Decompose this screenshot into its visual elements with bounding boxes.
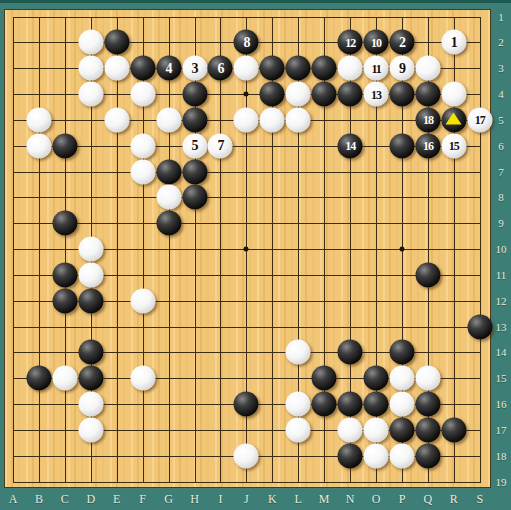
stone-white-R4[interactable] (441, 82, 466, 107)
stone-white-D10[interactable] (78, 237, 103, 262)
stone-white-L14[interactable] (286, 340, 311, 365)
row-label-5: 5 (498, 114, 504, 125)
stone-black-C12[interactable] (52, 288, 77, 313)
row-label-6: 6 (498, 140, 504, 151)
move-number-15: 15 (449, 140, 459, 152)
stone-white-L17[interactable] (286, 417, 311, 442)
stone-white-D16[interactable] (78, 392, 103, 417)
move-number-1: 1 (451, 35, 457, 49)
column-label-G: G (164, 493, 173, 505)
row-label-17: 17 (496, 424, 507, 435)
stone-white-J5[interactable] (234, 107, 259, 132)
row-label-11: 11 (496, 269, 507, 280)
stone-white-O17[interactable] (364, 417, 389, 442)
stone-white-O4[interactable]: 13 (364, 82, 389, 107)
stone-black-P2[interactable]: 2 (389, 30, 414, 55)
stone-black-O2[interactable]: 10 (364, 30, 389, 55)
stone-black-R5[interactable] (441, 107, 466, 132)
row-label-3: 3 (498, 63, 504, 74)
star-point (244, 247, 249, 252)
stone-white-O3[interactable]: 11 (364, 56, 389, 81)
stone-white-R2[interactable]: 1 (441, 30, 466, 55)
stone-black-D14[interactable] (78, 340, 103, 365)
stone-black-M4[interactable] (312, 82, 337, 107)
move-number-6: 6 (217, 61, 223, 75)
stone-black-O16[interactable] (364, 392, 389, 417)
column-label-R: R (450, 493, 458, 505)
stone-black-I3[interactable]: 6 (208, 56, 233, 81)
stone-black-N16[interactable] (338, 392, 363, 417)
stone-white-D4[interactable] (78, 82, 103, 107)
stone-black-Q17[interactable] (415, 417, 440, 442)
stone-black-M3[interactable] (312, 56, 337, 81)
stone-black-K3[interactable] (260, 56, 285, 81)
stone-black-H7[interactable] (182, 159, 207, 184)
row-label-16: 16 (496, 399, 507, 410)
column-label-B: B (35, 493, 43, 505)
stone-black-P14[interactable] (389, 340, 414, 365)
stone-black-J16[interactable] (234, 392, 259, 417)
row-label-14: 14 (496, 347, 507, 358)
go-board[interactable]: 812102143611913181757141615 (5, 10, 490, 487)
stone-white-Q3[interactable] (415, 56, 440, 81)
stone-white-F12[interactable] (130, 288, 155, 313)
stone-white-B6[interactable] (26, 133, 51, 158)
stone-white-I6[interactable]: 7 (208, 133, 233, 158)
row-label-1: 1 (498, 11, 504, 22)
stone-black-P4[interactable] (389, 82, 414, 107)
stone-white-F15[interactable] (130, 366, 155, 391)
stone-black-J2[interactable]: 8 (234, 30, 259, 55)
row-label-12: 12 (496, 295, 507, 306)
stone-white-D11[interactable] (78, 262, 103, 287)
stone-black-Q6[interactable]: 16 (415, 133, 440, 158)
stone-black-N4[interactable] (338, 82, 363, 107)
stone-black-N6[interactable]: 14 (338, 133, 363, 158)
stone-black-S13[interactable] (467, 314, 492, 339)
row-label-15: 15 (496, 373, 507, 384)
stone-black-G7[interactable] (156, 159, 181, 184)
stone-black-Q18[interactable] (415, 443, 440, 468)
row-label-7: 7 (498, 166, 504, 177)
stone-white-G5[interactable] (156, 107, 181, 132)
stone-white-N17[interactable] (338, 417, 363, 442)
move-number-7: 7 (217, 139, 223, 153)
stone-black-C11[interactable] (52, 262, 77, 287)
stone-white-P3[interactable]: 9 (389, 56, 414, 81)
column-label-D: D (86, 493, 95, 505)
stone-black-Q16[interactable] (415, 392, 440, 417)
stone-black-F3[interactable] (130, 56, 155, 81)
move-number-13: 13 (371, 88, 381, 100)
stone-black-Q11[interactable] (415, 262, 440, 287)
column-label-N: N (346, 493, 355, 505)
stone-black-H5[interactable] (182, 107, 207, 132)
stone-white-P18[interactable] (389, 443, 414, 468)
stone-white-R6[interactable]: 15 (441, 133, 466, 158)
column-label-S: S (476, 493, 483, 505)
stone-white-C15[interactable] (52, 366, 77, 391)
row-label-9: 9 (498, 218, 504, 229)
move-number-11: 11 (371, 62, 380, 74)
move-number-16: 16 (423, 140, 433, 152)
stone-black-D12[interactable] (78, 288, 103, 313)
stone-black-L3[interactable] (286, 56, 311, 81)
stone-white-J3[interactable] (234, 56, 259, 81)
row-label-13: 13 (496, 321, 507, 332)
stone-white-N3[interactable] (338, 56, 363, 81)
stone-white-D17[interactable] (78, 417, 103, 442)
column-label-K: K (268, 493, 277, 505)
stone-white-H3[interactable]: 3 (182, 56, 207, 81)
stone-white-H6[interactable]: 5 (182, 133, 207, 158)
star-point (399, 247, 404, 252)
stone-black-M16[interactable] (312, 392, 337, 417)
move-number-12: 12 (345, 36, 355, 48)
stone-white-P16[interactable] (389, 392, 414, 417)
move-number-5: 5 (192, 139, 198, 153)
column-label-P: P (399, 493, 406, 505)
stone-white-Q15[interactable] (415, 366, 440, 391)
stone-white-B5[interactable] (26, 107, 51, 132)
grid-line-vertical (480, 17, 481, 483)
stone-black-G3[interactable]: 4 (156, 56, 181, 81)
stone-white-K5[interactable] (260, 107, 285, 132)
grid-line-horizontal (13, 482, 481, 483)
move-number-4: 4 (166, 61, 172, 75)
stone-white-F7[interactable] (130, 159, 155, 184)
column-label-O: O (372, 493, 381, 505)
row-label-19: 19 (496, 476, 507, 487)
stone-white-F4[interactable] (130, 82, 155, 107)
stone-white-E3[interactable] (104, 56, 129, 81)
column-label-L: L (295, 493, 302, 505)
stone-white-D3[interactable] (78, 56, 103, 81)
stone-white-J18[interactable] (234, 443, 259, 468)
column-label-J: J (244, 493, 249, 505)
stone-black-N18[interactable] (338, 443, 363, 468)
move-number-18: 18 (423, 114, 433, 126)
move-number-17: 17 (475, 114, 485, 126)
stone-black-O15[interactable] (364, 366, 389, 391)
stone-black-Q4[interactable] (415, 82, 440, 107)
triangle-marker (446, 113, 462, 125)
stone-white-L5[interactable] (286, 107, 311, 132)
go-diagram: 812102143611913181757141615 ABCDEFGHIJKL… (0, 0, 511, 510)
stone-white-L16[interactable] (286, 392, 311, 417)
move-number-8: 8 (243, 35, 249, 49)
move-number-2: 2 (399, 35, 405, 49)
stone-black-N14[interactable] (338, 340, 363, 365)
row-label-4: 4 (498, 89, 504, 100)
move-number-10: 10 (371, 36, 381, 48)
stone-black-H4[interactable] (182, 82, 207, 107)
stone-black-Q5[interactable]: 18 (415, 107, 440, 132)
row-label-10: 10 (496, 244, 507, 255)
move-number-3: 3 (192, 61, 198, 75)
stone-white-P15[interactable] (389, 366, 414, 391)
stone-black-K4[interactable] (260, 82, 285, 107)
stone-white-D2[interactable] (78, 30, 103, 55)
row-label-2: 2 (498, 37, 504, 48)
stone-black-E2[interactable] (104, 30, 129, 55)
stone-white-F6[interactable] (130, 133, 155, 158)
stone-black-C6[interactable] (52, 133, 77, 158)
column-label-H: H (190, 493, 199, 505)
column-label-Q: Q (424, 493, 433, 505)
move-number-9: 9 (399, 61, 405, 75)
star-point (244, 92, 249, 97)
stone-black-R17[interactable] (441, 417, 466, 442)
stone-black-D15[interactable] (78, 366, 103, 391)
grid-line-horizontal (13, 327, 481, 328)
stone-white-G8[interactable] (156, 185, 181, 210)
row-label-8: 8 (498, 192, 504, 203)
stone-black-H8[interactable] (182, 185, 207, 210)
column-label-C: C (61, 493, 69, 505)
move-number-14: 14 (345, 140, 355, 152)
stone-white-O18[interactable] (364, 443, 389, 468)
column-label-I: I (218, 493, 222, 505)
stone-black-P17[interactable] (389, 417, 414, 442)
stone-black-N2[interactable]: 12 (338, 30, 363, 55)
stone-white-E5[interactable] (104, 107, 129, 132)
stone-black-M15[interactable] (312, 366, 337, 391)
column-label-M: M (319, 493, 330, 505)
stone-black-G9[interactable] (156, 211, 181, 236)
column-label-E: E (113, 493, 120, 505)
row-label-18: 18 (496, 450, 507, 461)
column-label-F: F (139, 493, 146, 505)
stone-black-C9[interactable] (52, 211, 77, 236)
stone-white-S5[interactable]: 17 (467, 107, 492, 132)
stone-white-L4[interactable] (286, 82, 311, 107)
stone-black-B15[interactable] (26, 366, 51, 391)
column-label-A: A (9, 493, 18, 505)
stone-black-P6[interactable] (389, 133, 414, 158)
